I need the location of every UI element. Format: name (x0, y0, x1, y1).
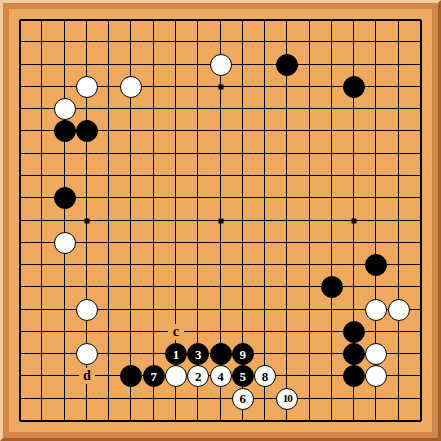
grid-hline (20, 420, 421, 422)
black-stone (76, 120, 98, 142)
white-stone (120, 76, 142, 98)
grid-hline (20, 197, 421, 198)
grid-vline (64, 20, 65, 421)
grid-vline (264, 20, 265, 421)
white-stone (76, 343, 98, 365)
black-stone (343, 76, 365, 98)
white-stone (365, 365, 387, 387)
black-stone (54, 120, 76, 142)
black-stone (365, 254, 387, 276)
white-stone (165, 365, 187, 387)
point-label-c: c (168, 324, 184, 340)
black-stone (321, 276, 343, 298)
star-point (84, 218, 89, 223)
grid-hline (20, 264, 421, 265)
black-stone (210, 343, 232, 365)
grid-vline (398, 20, 399, 421)
move-5-black-stone: 5 (232, 365, 254, 387)
move-2-white-stone: 2 (187, 365, 209, 387)
move-1-black-stone: 1 (165, 343, 187, 365)
white-stone (76, 76, 98, 98)
white-stone (388, 299, 410, 321)
move-10-white-stone: 10 (276, 388, 298, 410)
black-stone (54, 187, 76, 209)
grid-hline (20, 242, 421, 243)
move-3-black-stone: 3 (187, 343, 209, 365)
grid-vline (309, 20, 310, 421)
move-8-white-stone: 8 (254, 365, 276, 387)
move-4-white-stone: 4 (210, 365, 232, 387)
grid-hline (20, 19, 421, 21)
grid-vline (153, 20, 154, 421)
move-9-black-stone: 9 (232, 343, 254, 365)
black-stone (120, 365, 142, 387)
move-7-black-stone: 7 (143, 365, 165, 387)
grid-vline (286, 20, 287, 421)
black-stone (343, 321, 365, 343)
white-stone (54, 232, 76, 254)
star-point (218, 84, 223, 89)
star-point (352, 218, 357, 223)
grid-hline (20, 41, 421, 42)
white-stone (365, 299, 387, 321)
go-board: 13972458610cd (0, 0, 441, 441)
white-stone (76, 299, 98, 321)
black-stone (276, 54, 298, 76)
black-stone (343, 343, 365, 365)
grid-vline (108, 20, 109, 421)
board-grid: 13972458610cd (20, 20, 421, 421)
star-point (218, 218, 223, 223)
grid-vline (19, 20, 21, 421)
grid-vline (41, 20, 42, 421)
grid-hline (20, 398, 421, 399)
white-stone (54, 98, 76, 120)
go-diagram: 13972458610cd (0, 0, 441, 441)
grid-hline (20, 153, 421, 154)
board-surface: 13972458610cd (9, 9, 432, 432)
grid-hline (20, 108, 421, 109)
grid-hline (20, 175, 421, 176)
white-stone (365, 343, 387, 365)
black-stone (343, 365, 365, 387)
move-6-white-stone: 6 (232, 388, 254, 410)
grid-vline (331, 20, 332, 421)
grid-hline (20, 286, 421, 287)
white-stone (210, 54, 232, 76)
grid-vline (420, 20, 422, 421)
point-label-d: d (79, 368, 95, 384)
